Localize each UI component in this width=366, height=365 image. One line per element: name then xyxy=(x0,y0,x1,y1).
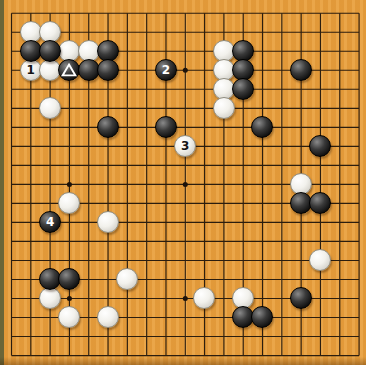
stone-black[interactable] xyxy=(309,192,331,214)
stone-white[interactable] xyxy=(39,287,61,309)
stone-white[interactable] xyxy=(193,287,215,309)
triangle-marker xyxy=(61,62,77,78)
stone-black[interactable] xyxy=(39,40,61,62)
move-number-label: 4 xyxy=(46,216,54,228)
move-number-label: 2 xyxy=(162,64,170,76)
stone-white[interactable] xyxy=(309,249,331,271)
move-number-label: 1 xyxy=(27,64,35,76)
stone-black[interactable] xyxy=(251,116,273,138)
board-bottom-shadow xyxy=(0,357,366,365)
stone-black[interactable] xyxy=(97,59,119,81)
stones-layer: 1324 xyxy=(2,4,366,365)
stone-black[interactable] xyxy=(290,287,312,309)
stone-black[interactable] xyxy=(290,59,312,81)
stone-black[interactable]: 2 xyxy=(155,59,177,81)
stone-black[interactable] xyxy=(232,78,254,100)
move-number-label: 3 xyxy=(181,140,189,152)
stone-black[interactable] xyxy=(58,268,80,290)
go-board[interactable]: 1324 xyxy=(0,0,366,365)
stone-black[interactable]: 4 xyxy=(39,211,61,233)
stone-white[interactable] xyxy=(213,97,235,119)
stone-white[interactable] xyxy=(97,306,119,328)
stone-white[interactable] xyxy=(58,192,80,214)
stone-black[interactable] xyxy=(309,135,331,157)
stone-white[interactable] xyxy=(116,268,138,290)
stone-white[interactable]: 3 xyxy=(174,135,196,157)
stone-white[interactable] xyxy=(58,306,80,328)
stone-black[interactable] xyxy=(251,306,273,328)
stone-white[interactable] xyxy=(97,211,119,233)
stone-black[interactable] xyxy=(155,116,177,138)
stone-white[interactable] xyxy=(39,97,61,119)
stone-black[interactable] xyxy=(97,116,119,138)
